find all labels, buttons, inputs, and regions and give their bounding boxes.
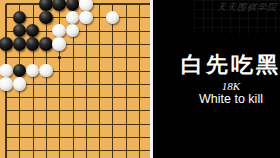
black-stone <box>66 0 80 11</box>
problem-title: 白先吃黑 <box>167 50 280 80</box>
grid-line-horizontal <box>6 57 150 58</box>
grid-line-horizontal <box>6 150 150 151</box>
white-stone <box>79 11 93 25</box>
caption-panel: 天天围棋学院 白先吃黑 18K White to kill <box>153 0 280 158</box>
grid-line-horizontal <box>6 110 150 111</box>
grid-line-vertical <box>46 4 47 158</box>
black-stone <box>13 24 27 38</box>
black-stone <box>13 64 27 78</box>
black-stone <box>39 11 53 25</box>
white-stone <box>52 37 66 51</box>
white-stone <box>106 11 120 25</box>
grid-line-vertical <box>86 4 87 158</box>
star-point <box>58 56 61 59</box>
screenshot-root: 天天围棋学院 白先吃黑 18K White to kill <box>0 0 280 158</box>
rank-label: 18K <box>167 80 280 92</box>
black-stone <box>0 37 13 51</box>
white-stone <box>66 11 80 25</box>
white-stone <box>52 24 66 38</box>
black-stone <box>13 37 27 51</box>
white-stone <box>13 77 27 91</box>
grid-line-vertical <box>112 4 113 158</box>
grid-line-horizontal <box>6 124 150 125</box>
black-stone <box>39 37 53 51</box>
grid-line-horizontal <box>6 137 150 138</box>
watermark-text: 天天围棋学院 <box>216 1 278 14</box>
white-stone <box>66 24 80 38</box>
black-stone <box>13 11 27 25</box>
grid-line-horizontal <box>6 97 150 98</box>
white-stone <box>79 0 93 11</box>
problem-subtitle-english: White to kill <box>167 92 280 106</box>
grid-line-horizontal <box>6 84 150 85</box>
black-stone <box>39 0 53 11</box>
grid-line-vertical <box>126 4 127 158</box>
grid-line-vertical <box>99 4 100 158</box>
white-stone <box>39 64 53 78</box>
white-stone <box>26 64 40 78</box>
black-stone <box>26 37 40 51</box>
black-stone <box>52 0 66 11</box>
white-stone <box>0 64 13 78</box>
white-stone <box>0 77 13 91</box>
black-stone <box>26 24 40 38</box>
go-board[interactable] <box>0 0 150 158</box>
grid-line-vertical <box>139 4 140 158</box>
